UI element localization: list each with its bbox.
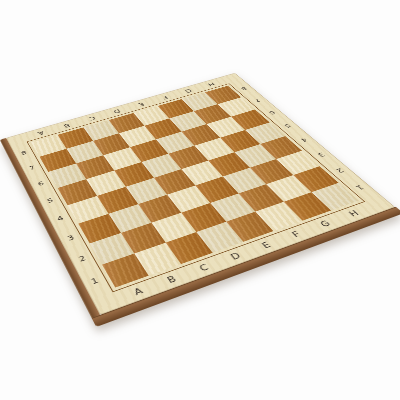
chessboard-top-face: ABCDEFGH ABCDEFGH 87654321 87654321: [6, 73, 395, 315]
playing-field: [31, 86, 359, 288]
chessboard: ABCDEFGH ABCDEFGH 87654321 87654321: [0, 0, 400, 400]
photo-background: ABCDEFGH ABCDEFGH 87654321 87654321: [0, 0, 400, 400]
